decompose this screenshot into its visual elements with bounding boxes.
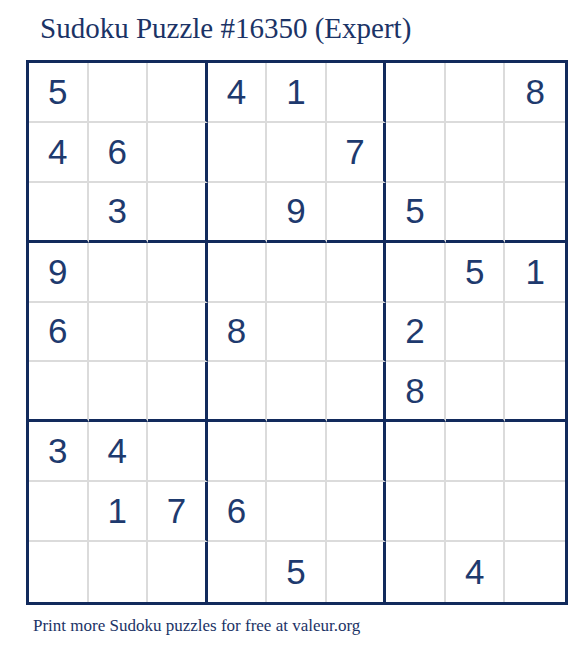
cell-r7c1: 3: [29, 422, 89, 482]
cell-r7c2: 4: [89, 422, 149, 482]
page-title: Sudoku Puzzle #16350 (Expert): [40, 12, 411, 45]
cell-r1c9: 8: [505, 63, 565, 123]
cell-r2c2: 6: [89, 123, 149, 183]
cell-r3c2: 3: [89, 183, 149, 243]
cell-r9c3: [148, 542, 208, 602]
cell-r2c4: [208, 123, 268, 183]
cell-r7c5: [267, 422, 327, 482]
cell-r2c6: 7: [327, 123, 387, 183]
cell-r9c9: [505, 542, 565, 602]
cell-r6c6: [327, 362, 387, 422]
cell-r8c8: [446, 482, 506, 542]
cell-r1c6: [327, 63, 387, 123]
cell-r6c7: 8: [386, 362, 446, 422]
cell-r6c9: [505, 362, 565, 422]
cell-r9c8: 4: [446, 542, 506, 602]
cell-r1c5: 1: [267, 63, 327, 123]
cell-r5c6: [327, 303, 387, 363]
cell-r3c9: [505, 183, 565, 243]
cell-r8c3: 7: [148, 482, 208, 542]
cell-r6c1: [29, 362, 89, 422]
cell-r4c3: [148, 243, 208, 303]
cell-r2c5: [267, 123, 327, 183]
cell-r3c6: [327, 183, 387, 243]
cell-r5c2: [89, 303, 149, 363]
cell-r9c5: 5: [267, 542, 327, 602]
cell-r5c9: [505, 303, 565, 363]
cell-r4c1: 9: [29, 243, 89, 303]
cell-r6c4: [208, 362, 268, 422]
cell-r3c4: [208, 183, 268, 243]
cell-r6c5: [267, 362, 327, 422]
cell-r2c7: [386, 123, 446, 183]
cell-r2c1: 4: [29, 123, 89, 183]
cell-r7c3: [148, 422, 208, 482]
cell-r6c8: [446, 362, 506, 422]
cell-r9c6: [327, 542, 387, 602]
cell-r2c8: [446, 123, 506, 183]
cell-r5c7: 2: [386, 303, 446, 363]
cell-r3c1: [29, 183, 89, 243]
cell-r8c4: 6: [208, 482, 268, 542]
cell-r7c9: [505, 422, 565, 482]
cell-r7c8: [446, 422, 506, 482]
cell-r6c2: [89, 362, 149, 422]
cell-r5c1: 6: [29, 303, 89, 363]
cell-r1c3: [148, 63, 208, 123]
cell-r1c4: 4: [208, 63, 268, 123]
cell-r9c1: [29, 542, 89, 602]
cell-r5c8: [446, 303, 506, 363]
cell-r7c6: [327, 422, 387, 482]
cell-r9c7: [386, 542, 446, 602]
cell-r7c4: [208, 422, 268, 482]
cell-r9c2: [89, 542, 149, 602]
cell-r5c4: 8: [208, 303, 268, 363]
cell-r3c3: [148, 183, 208, 243]
cell-r4c7: [386, 243, 446, 303]
cell-r4c6: [327, 243, 387, 303]
cell-r1c2: [89, 63, 149, 123]
cell-r8c7: [386, 482, 446, 542]
cell-r8c2: 1: [89, 482, 149, 542]
cell-r4c2: [89, 243, 149, 303]
cell-r4c4: [208, 243, 268, 303]
cell-r8c6: [327, 482, 387, 542]
cell-r1c1: 5: [29, 63, 89, 123]
cell-r8c5: [267, 482, 327, 542]
cell-r2c9: [505, 123, 565, 183]
sudoku-page: Sudoku Puzzle #16350 (Expert) 5418467395…: [0, 0, 580, 651]
cell-r4c8: 5: [446, 243, 506, 303]
cell-r6c3: [148, 362, 208, 422]
cell-r3c5: 9: [267, 183, 327, 243]
sudoku-board: 541846739595168283417654: [26, 60, 568, 605]
cell-r5c3: [148, 303, 208, 363]
cell-r9c4: [208, 542, 268, 602]
cell-r2c3: [148, 123, 208, 183]
cell-r3c7: 5: [386, 183, 446, 243]
cell-r8c9: [505, 482, 565, 542]
cell-r5c5: [267, 303, 327, 363]
cell-r4c5: [267, 243, 327, 303]
footer-text: Print more Sudoku puzzles for free at va…: [33, 616, 360, 636]
cell-r1c8: [446, 63, 506, 123]
cell-r1c7: [386, 63, 446, 123]
cell-r3c8: [446, 183, 506, 243]
cell-r7c7: [386, 422, 446, 482]
cell-r8c1: [29, 482, 89, 542]
cell-r4c9: 1: [505, 243, 565, 303]
